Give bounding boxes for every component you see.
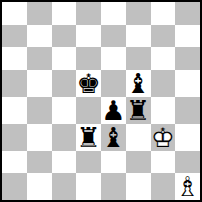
square-c7[interactable] <box>52 25 77 48</box>
square-b7[interactable] <box>27 25 52 48</box>
square-c1[interactable] <box>52 173 77 200</box>
chess-diagram: ♚♝♟♜♜♝♚♔♝♗ <box>0 0 202 202</box>
square-a8[interactable] <box>2 2 27 25</box>
square-a5[interactable] <box>2 70 27 97</box>
black-bishop-icon: ♝ <box>101 124 125 151</box>
square-h1[interactable]: ♝♗ <box>175 173 200 200</box>
square-h5[interactable] <box>175 70 200 97</box>
square-e1[interactable] <box>101 173 126 200</box>
square-a1[interactable] <box>2 173 27 200</box>
square-g1[interactable] <box>151 173 176 200</box>
square-g8[interactable] <box>151 2 176 25</box>
square-a7[interactable] <box>2 25 27 48</box>
square-c5[interactable] <box>52 70 77 97</box>
square-e3[interactable]: ♝ <box>101 124 126 151</box>
square-g4[interactable] <box>151 97 176 124</box>
square-e5[interactable] <box>101 70 126 97</box>
square-h7[interactable] <box>175 25 200 48</box>
square-c2[interactable] <box>52 151 77 174</box>
square-c8[interactable] <box>52 2 77 25</box>
square-g2[interactable] <box>151 151 176 174</box>
black-rook-d3[interactable]: ♜ <box>77 124 101 151</box>
square-b5[interactable] <box>27 70 52 97</box>
square-e6[interactable] <box>101 47 126 70</box>
square-a3[interactable] <box>2 124 27 151</box>
black-king-d5[interactable]: ♚ <box>77 70 101 97</box>
square-f6[interactable] <box>126 47 151 70</box>
white-king-g3[interactable]: ♚♔ <box>151 124 175 151</box>
square-d4[interactable] <box>76 97 101 124</box>
black-king-icon: ♚ <box>77 70 101 97</box>
black-bishop-e3[interactable]: ♝ <box>101 124 125 151</box>
square-d7[interactable] <box>76 25 101 48</box>
black-pawn-e4[interactable]: ♟ <box>101 97 125 124</box>
black-bishop-f5[interactable]: ♝ <box>126 70 150 97</box>
square-a4[interactable] <box>2 97 27 124</box>
chess-board: ♚♝♟♜♜♝♚♔♝♗ <box>0 0 202 202</box>
square-f3[interactable] <box>126 124 151 151</box>
square-d1[interactable] <box>76 173 101 200</box>
white-king-icon: ♔ <box>151 124 175 151</box>
square-g6[interactable] <box>151 47 176 70</box>
square-h8[interactable] <box>175 2 200 25</box>
square-h4[interactable] <box>175 97 200 124</box>
black-pawn-icon: ♟ <box>101 97 125 124</box>
square-e4[interactable]: ♟ <box>101 97 126 124</box>
white-bishop-icon: ♗ <box>176 173 200 200</box>
square-f2[interactable] <box>126 151 151 174</box>
square-h2[interactable] <box>175 151 200 174</box>
square-d8[interactable] <box>76 2 101 25</box>
square-h3[interactable] <box>175 124 200 151</box>
square-d3[interactable]: ♜ <box>76 124 101 151</box>
square-b2[interactable] <box>27 151 52 174</box>
square-a6[interactable] <box>2 47 27 70</box>
square-d2[interactable] <box>76 151 101 174</box>
square-e7[interactable] <box>101 25 126 48</box>
square-b8[interactable] <box>27 2 52 25</box>
square-d5[interactable]: ♚ <box>76 70 101 97</box>
square-c4[interactable] <box>52 97 77 124</box>
black-rook-icon: ♜ <box>77 124 101 151</box>
square-h6[interactable] <box>175 47 200 70</box>
square-b3[interactable] <box>27 124 52 151</box>
square-b4[interactable] <box>27 97 52 124</box>
white-bishop-h1[interactable]: ♝♗ <box>176 173 200 200</box>
black-bishop-icon: ♝ <box>126 70 150 97</box>
black-rook-f4[interactable]: ♜ <box>126 97 150 124</box>
square-g7[interactable] <box>151 25 176 48</box>
square-f5[interactable]: ♝ <box>126 70 151 97</box>
square-f7[interactable] <box>126 25 151 48</box>
square-f8[interactable] <box>126 2 151 25</box>
square-b6[interactable] <box>27 47 52 70</box>
square-e8[interactable] <box>101 2 126 25</box>
square-e2[interactable] <box>101 151 126 174</box>
square-c6[interactable] <box>52 47 77 70</box>
square-f1[interactable] <box>126 173 151 200</box>
black-rook-icon: ♜ <box>126 97 150 124</box>
square-f4[interactable]: ♜ <box>126 97 151 124</box>
square-g3[interactable]: ♚♔ <box>151 124 176 151</box>
square-c3[interactable] <box>52 124 77 151</box>
square-a2[interactable] <box>2 151 27 174</box>
square-g5[interactable] <box>151 70 176 97</box>
square-b1[interactable] <box>27 173 52 200</box>
square-d6[interactable] <box>76 47 101 70</box>
